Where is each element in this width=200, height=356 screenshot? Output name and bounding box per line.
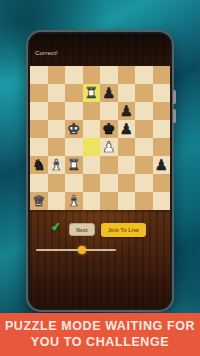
square-e6[interactable] (100, 102, 118, 120)
square-h4[interactable] (153, 138, 171, 156)
square-b3[interactable]: ♝ (48, 156, 66, 174)
piece-black-pawn[interactable]: ♟ (102, 84, 115, 102)
join-to-live-button[interactable]: Join To Live (101, 223, 146, 237)
square-d5[interactable] (83, 120, 101, 138)
square-g8[interactable] (135, 66, 153, 84)
square-f2[interactable] (118, 174, 136, 192)
square-d4[interactable] (83, 138, 101, 156)
square-e7[interactable]: ♟ (100, 84, 118, 102)
square-e1[interactable] (100, 192, 118, 210)
slider-knob[interactable] (78, 246, 86, 254)
square-e8[interactable] (100, 66, 118, 84)
square-d6[interactable] (83, 102, 101, 120)
piece-white-pawn[interactable]: ♟ (102, 138, 115, 156)
square-g4[interactable] (135, 138, 153, 156)
phone-volume-button (173, 90, 176, 104)
square-a7[interactable] (30, 84, 48, 102)
piece-white-bishop[interactable]: ♝ (67, 192, 80, 210)
square-a4[interactable] (30, 138, 48, 156)
square-f3[interactable] (118, 156, 136, 174)
square-b2[interactable] (48, 174, 66, 192)
square-d1[interactable] (83, 192, 101, 210)
square-a1[interactable]: ♛ (30, 192, 48, 210)
square-g6[interactable] (135, 102, 153, 120)
square-e4[interactable]: ♟ (100, 138, 118, 156)
square-c6[interactable] (65, 102, 83, 120)
square-c5[interactable]: ♚ (65, 120, 83, 138)
bottom-banner: PUZZLE MODE WAITING FOR YOU TO CHALLENGE (0, 313, 200, 356)
square-b7[interactable] (48, 84, 66, 102)
page-background: Correct! ♜♟♟♚♚♟♟♞♝♜♟♛♝ ✔ Next Join To Li… (0, 0, 200, 356)
square-b8[interactable] (48, 66, 66, 84)
square-f4[interactable] (118, 138, 136, 156)
square-f8[interactable] (118, 66, 136, 84)
square-e5[interactable]: ♚ (100, 120, 118, 138)
square-f7[interactable] (118, 84, 136, 102)
square-a2[interactable] (30, 174, 48, 192)
square-c7[interactable] (65, 84, 83, 102)
square-d2[interactable] (83, 174, 101, 192)
square-g1[interactable] (135, 192, 153, 210)
square-f5[interactable]: ♟ (118, 120, 136, 138)
square-d7[interactable]: ♜ (83, 84, 101, 102)
piece-black-pawn[interactable]: ♟ (120, 120, 133, 138)
square-c8[interactable] (65, 66, 83, 84)
square-h5[interactable] (153, 120, 171, 138)
square-g3[interactable] (135, 156, 153, 174)
piece-black-pawn[interactable]: ♟ (120, 102, 133, 120)
banner-line-1: PUZZLE MODE WAITING FOR (5, 319, 195, 334)
square-h3[interactable]: ♟ (153, 156, 171, 174)
square-h7[interactable] (153, 84, 171, 102)
square-c3[interactable]: ♜ (65, 156, 83, 174)
status-text: Correct! (35, 50, 58, 56)
square-g5[interactable] (135, 120, 153, 138)
square-f1[interactable] (118, 192, 136, 210)
square-g7[interactable] (135, 84, 153, 102)
app-screen: Correct! ♜♟♟♚♚♟♟♞♝♜♟♛♝ ✔ Next Join To Li… (30, 34, 170, 308)
piece-white-queen[interactable]: ♛ (32, 192, 45, 210)
square-d3[interactable] (83, 156, 101, 174)
slider[interactable] (36, 246, 116, 254)
square-h6[interactable] (153, 102, 171, 120)
piece-white-rook[interactable]: ♜ (85, 84, 98, 102)
square-b1[interactable] (48, 192, 66, 210)
square-a6[interactable] (30, 102, 48, 120)
square-f6[interactable]: ♟ (118, 102, 136, 120)
phone-mockup: Correct! ♜♟♟♚♚♟♟♞♝♜♟♛♝ ✔ Next Join To Li… (26, 30, 174, 312)
checkmark-icon: ✔ (50, 220, 61, 235)
square-c1[interactable]: ♝ (65, 192, 83, 210)
square-h2[interactable] (153, 174, 171, 192)
square-a8[interactable] (30, 66, 48, 84)
piece-black-king[interactable]: ♚ (102, 120, 115, 138)
square-c4[interactable] (65, 138, 83, 156)
piece-white-bishop[interactable]: ♝ (50, 156, 63, 174)
square-b6[interactable] (48, 102, 66, 120)
square-g2[interactable] (135, 174, 153, 192)
square-b4[interactable] (48, 138, 66, 156)
slider-track[interactable] (36, 249, 116, 251)
next-button[interactable]: Next (69, 223, 95, 236)
chess-board: ♜♟♟♚♚♟♟♞♝♜♟♛♝ (30, 66, 170, 210)
square-a5[interactable] (30, 120, 48, 138)
phone-power-button (173, 109, 176, 123)
square-c2[interactable] (65, 174, 83, 192)
piece-black-pawn[interactable]: ♟ (155, 156, 168, 174)
square-b5[interactable] (48, 120, 66, 138)
square-a3[interactable]: ♞ (30, 156, 48, 174)
piece-black-knight[interactable]: ♞ (32, 156, 45, 174)
square-e2[interactable] (100, 174, 118, 192)
piece-white-rook[interactable]: ♜ (67, 156, 80, 174)
square-h1[interactable] (153, 192, 171, 210)
banner-line-2: YOU TO CHALLENGE (31, 335, 170, 350)
square-d8[interactable] (83, 66, 101, 84)
square-e3[interactable] (100, 156, 118, 174)
piece-white-king[interactable]: ♚ (67, 120, 80, 138)
square-h8[interactable] (153, 66, 171, 84)
